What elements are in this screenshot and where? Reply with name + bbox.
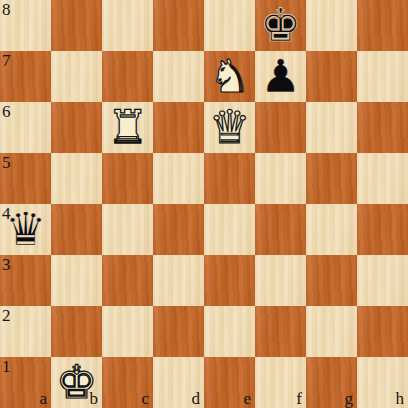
square-c3[interactable] (102, 255, 153, 306)
square-e2[interactable] (204, 306, 255, 357)
square-e8[interactable] (204, 0, 255, 51)
rank-label-2: 2 (2, 307, 11, 324)
square-a4[interactable]: 4♛ (0, 204, 51, 255)
file-label-a: a (39, 390, 47, 407)
square-c8[interactable] (102, 0, 153, 51)
square-h7[interactable] (357, 51, 408, 102)
white-knight-e7[interactable]: ♞ (204, 51, 255, 102)
black-king-f8[interactable]: ♚ (255, 0, 306, 51)
white-king-b1[interactable]: ♚ (51, 357, 102, 408)
square-c6[interactable]: ♜ (102, 102, 153, 153)
square-d2[interactable] (153, 306, 204, 357)
file-label-c: c (141, 390, 149, 407)
square-h6[interactable] (357, 102, 408, 153)
rank-label-8: 8 (2, 1, 11, 18)
square-h8[interactable] (357, 0, 408, 51)
square-a5[interactable]: 5 (0, 153, 51, 204)
square-e4[interactable] (204, 204, 255, 255)
square-d7[interactable] (153, 51, 204, 102)
square-h3[interactable] (357, 255, 408, 306)
square-e7[interactable]: ♞ (204, 51, 255, 102)
square-b7[interactable] (51, 51, 102, 102)
square-g7[interactable] (306, 51, 357, 102)
square-f7[interactable]: ♟ (255, 51, 306, 102)
square-b8[interactable] (51, 0, 102, 51)
square-f4[interactable] (255, 204, 306, 255)
square-b1[interactable]: b♚ (51, 357, 102, 408)
file-label-e: e (243, 390, 251, 407)
square-c5[interactable] (102, 153, 153, 204)
square-d3[interactable] (153, 255, 204, 306)
square-d5[interactable] (153, 153, 204, 204)
square-a7[interactable]: 7 (0, 51, 51, 102)
square-f1[interactable]: f (255, 357, 306, 408)
square-a3[interactable]: 3 (0, 255, 51, 306)
square-f3[interactable] (255, 255, 306, 306)
square-d1[interactable]: d (153, 357, 204, 408)
file-label-f: f (296, 390, 302, 407)
square-f2[interactable] (255, 306, 306, 357)
square-d8[interactable] (153, 0, 204, 51)
square-e5[interactable] (204, 153, 255, 204)
square-c2[interactable] (102, 306, 153, 357)
square-h5[interactable] (357, 153, 408, 204)
square-h1[interactable]: h (357, 357, 408, 408)
chess-board: 8♚7♞♟6♜♛54♛321ab♚cdefgh (0, 0, 408, 408)
square-f6[interactable] (255, 102, 306, 153)
white-rook-c6[interactable]: ♜ (102, 102, 153, 153)
square-b5[interactable] (51, 153, 102, 204)
square-f8[interactable]: ♚ (255, 0, 306, 51)
square-f5[interactable] (255, 153, 306, 204)
square-g2[interactable] (306, 306, 357, 357)
black-pawn-f7[interactable]: ♟ (255, 51, 306, 102)
rank-label-6: 6 (2, 103, 11, 120)
square-c4[interactable] (102, 204, 153, 255)
square-e1[interactable]: e (204, 357, 255, 408)
square-b3[interactable] (51, 255, 102, 306)
file-label-h: h (396, 390, 405, 407)
rank-label-7: 7 (2, 52, 11, 69)
square-g6[interactable] (306, 102, 357, 153)
black-queen-a4[interactable]: ♛ (0, 204, 51, 255)
square-g8[interactable] (306, 0, 357, 51)
file-label-g: g (345, 390, 354, 407)
square-d6[interactable] (153, 102, 204, 153)
square-b4[interactable] (51, 204, 102, 255)
square-c1[interactable]: c (102, 357, 153, 408)
square-b2[interactable] (51, 306, 102, 357)
square-e3[interactable] (204, 255, 255, 306)
square-d4[interactable] (153, 204, 204, 255)
rank-label-3: 3 (2, 256, 11, 273)
square-g4[interactable] (306, 204, 357, 255)
square-b6[interactable] (51, 102, 102, 153)
square-a6[interactable]: 6 (0, 102, 51, 153)
square-c7[interactable] (102, 51, 153, 102)
square-e6[interactable]: ♛ (204, 102, 255, 153)
square-a8[interactable]: 8 (0, 0, 51, 51)
square-g3[interactable] (306, 255, 357, 306)
file-label-d: d (192, 390, 201, 407)
white-queen-e6[interactable]: ♛ (204, 102, 255, 153)
square-h2[interactable] (357, 306, 408, 357)
square-g1[interactable]: g (306, 357, 357, 408)
square-g5[interactable] (306, 153, 357, 204)
square-a1[interactable]: 1a (0, 357, 51, 408)
square-h4[interactable] (357, 204, 408, 255)
square-a2[interactable]: 2 (0, 306, 51, 357)
rank-label-1: 1 (2, 358, 11, 375)
rank-label-5: 5 (2, 154, 11, 171)
